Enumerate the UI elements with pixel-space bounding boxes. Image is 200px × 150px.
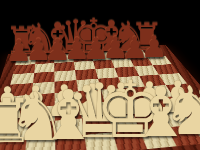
chess-scene: ♜♞♝♛♚♝♞♜♟♟♟♟♟♟♟♟♟♟♟♟♟♟♟♟♜♞♝♛♚♝♞♜ [0,0,200,150]
piece-white-rook-h1[interactable]: ♜ [192,82,200,143]
piece-black-pawn-h7[interactable]: ♟ [139,32,169,62]
